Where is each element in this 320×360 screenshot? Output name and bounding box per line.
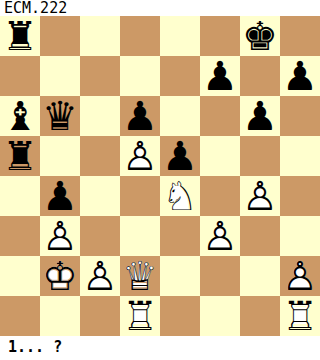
square-d4[interactable] — [120, 176, 160, 216]
piece-white-rook: ♖ — [120, 296, 160, 336]
square-b5[interactable] — [40, 136, 80, 176]
square-c7[interactable] — [80, 56, 120, 96]
square-f2[interactable] — [200, 256, 240, 296]
square-f6[interactable] — [200, 96, 240, 136]
piece-black-pawn: ♟ — [160, 136, 200, 176]
square-f1[interactable] — [200, 296, 240, 336]
square-c6[interactable] — [80, 96, 120, 136]
piece-white-rook-fill: ♜ — [280, 296, 320, 336]
piece-white-knight: ♘ — [160, 176, 200, 216]
square-d8[interactable] — [120, 16, 160, 56]
square-h3[interactable] — [280, 216, 320, 256]
square-b4[interactable]: ♟ — [40, 176, 80, 216]
square-a6[interactable]: ♝ — [0, 96, 40, 136]
piece-white-pawn-fill: ♟ — [40, 216, 80, 256]
square-c2[interactable]: ♟♙ — [80, 256, 120, 296]
piece-white-king: ♔ — [40, 256, 80, 296]
square-b3[interactable]: ♟♙ — [40, 216, 80, 256]
square-g1[interactable] — [240, 296, 280, 336]
diagram-title: ECM.222 — [4, 0, 67, 16]
square-f7[interactable]: ♟ — [200, 56, 240, 96]
piece-white-queen-fill: ♛ — [120, 256, 160, 296]
square-d2[interactable]: ♛♕ — [120, 256, 160, 296]
piece-black-rook: ♜ — [0, 136, 40, 176]
piece-black-rook: ♜ — [0, 16, 40, 56]
square-d1[interactable]: ♜♖ — [120, 296, 160, 336]
square-h4[interactable] — [280, 176, 320, 216]
chess-board: ♜♚♟♟♝♛♟♟♜♟♙♟♟♞♘♟♙♟♙♟♙♚♔♟♙♛♕♟♙♜♖♜♖ — [0, 16, 320, 336]
square-h2[interactable]: ♟♙ — [280, 256, 320, 296]
square-e6[interactable] — [160, 96, 200, 136]
square-f5[interactable] — [200, 136, 240, 176]
square-e2[interactable] — [160, 256, 200, 296]
square-e8[interactable] — [160, 16, 200, 56]
square-e1[interactable] — [160, 296, 200, 336]
piece-white-pawn: ♙ — [280, 256, 320, 296]
piece-white-rook: ♖ — [280, 296, 320, 336]
piece-white-pawn: ♙ — [240, 176, 280, 216]
piece-black-pawn: ♟ — [240, 96, 280, 136]
square-b2[interactable]: ♚♔ — [40, 256, 80, 296]
square-e5[interactable]: ♟ — [160, 136, 200, 176]
square-c8[interactable] — [80, 16, 120, 56]
square-d7[interactable] — [120, 56, 160, 96]
square-h6[interactable] — [280, 96, 320, 136]
square-d3[interactable] — [120, 216, 160, 256]
piece-white-knight-fill: ♞ — [160, 176, 200, 216]
piece-white-pawn-fill: ♟ — [280, 256, 320, 296]
square-c4[interactable] — [80, 176, 120, 216]
square-g3[interactable] — [240, 216, 280, 256]
square-e7[interactable] — [160, 56, 200, 96]
piece-white-pawn-fill: ♟ — [80, 256, 120, 296]
square-a5[interactable]: ♜ — [0, 136, 40, 176]
piece-white-pawn-fill: ♟ — [240, 176, 280, 216]
square-f8[interactable] — [200, 16, 240, 56]
chess-diagram-window: ECM.222 ♜♚♟♟♝♛♟♟♜♟♙♟♟♞♘♟♙♟♙♟♙♚♔♟♙♛♕♟♙♜♖♜… — [0, 0, 320, 360]
square-c1[interactable] — [80, 296, 120, 336]
square-h7[interactable]: ♟ — [280, 56, 320, 96]
move-prompt: 1... ? — [8, 337, 62, 357]
square-d5[interactable]: ♟♙ — [120, 136, 160, 176]
square-h8[interactable] — [280, 16, 320, 56]
piece-black-queen: ♛ — [40, 96, 80, 136]
square-b1[interactable] — [40, 296, 80, 336]
piece-black-pawn: ♟ — [40, 176, 80, 216]
square-a1[interactable] — [0, 296, 40, 336]
piece-white-pawn: ♙ — [40, 216, 80, 256]
square-e4[interactable]: ♞♘ — [160, 176, 200, 216]
square-g4[interactable]: ♟♙ — [240, 176, 280, 216]
square-h1[interactable]: ♜♖ — [280, 296, 320, 336]
piece-white-pawn: ♙ — [200, 216, 240, 256]
square-d6[interactable]: ♟ — [120, 96, 160, 136]
square-g7[interactable] — [240, 56, 280, 96]
square-a4[interactable] — [0, 176, 40, 216]
piece-black-bishop: ♝ — [0, 96, 40, 136]
piece-black-pawn: ♟ — [120, 96, 160, 136]
square-c3[interactable] — [80, 216, 120, 256]
square-b6[interactable]: ♛ — [40, 96, 80, 136]
square-a7[interactable] — [0, 56, 40, 96]
piece-white-king-fill: ♚ — [40, 256, 80, 296]
square-g2[interactable] — [240, 256, 280, 296]
square-c5[interactable] — [80, 136, 120, 176]
square-b7[interactable] — [40, 56, 80, 96]
square-a2[interactable] — [0, 256, 40, 296]
square-a8[interactable]: ♜ — [0, 16, 40, 56]
square-b8[interactable] — [40, 16, 80, 56]
square-g5[interactable] — [240, 136, 280, 176]
piece-black-king: ♚ — [240, 16, 280, 56]
piece-white-queen: ♕ — [120, 256, 160, 296]
square-g8[interactable]: ♚ — [240, 16, 280, 56]
piece-black-pawn: ♟ — [200, 56, 240, 96]
piece-white-pawn: ♙ — [120, 136, 160, 176]
square-e3[interactable] — [160, 216, 200, 256]
square-f3[interactable]: ♟♙ — [200, 216, 240, 256]
piece-white-pawn-fill: ♟ — [120, 136, 160, 176]
square-a3[interactable] — [0, 216, 40, 256]
piece-white-rook-fill: ♜ — [120, 296, 160, 336]
square-f4[interactable] — [200, 176, 240, 216]
piece-black-pawn: ♟ — [280, 56, 320, 96]
piece-white-pawn: ♙ — [80, 256, 120, 296]
square-g6[interactable]: ♟ — [240, 96, 280, 136]
square-h5[interactable] — [280, 136, 320, 176]
piece-white-pawn-fill: ♟ — [200, 216, 240, 256]
